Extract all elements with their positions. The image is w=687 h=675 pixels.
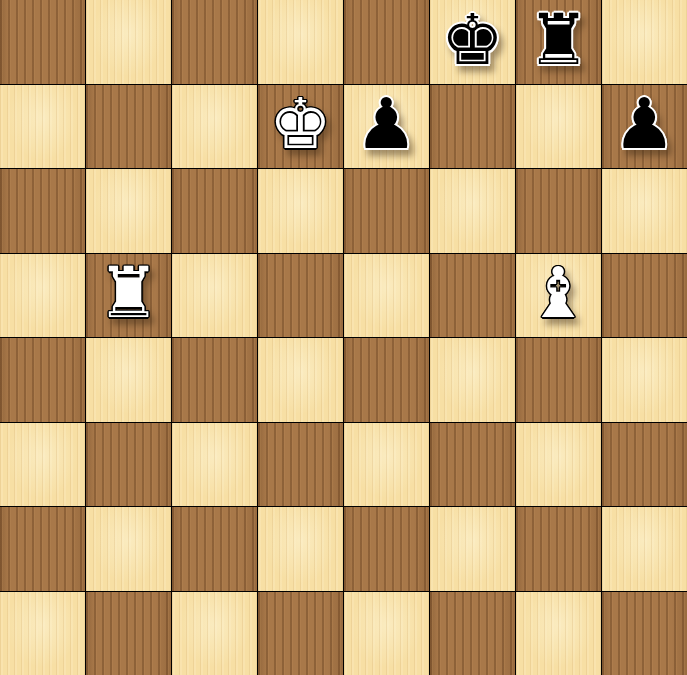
square-a8[interactable] <box>0 0 85 84</box>
square-a3[interactable] <box>0 423 85 507</box>
square-g2[interactable] <box>516 507 601 591</box>
square-e2[interactable] <box>344 507 429 591</box>
square-e4[interactable] <box>344 338 429 422</box>
square-f8[interactable]: ♚ <box>430 0 515 84</box>
black-rook[interactable]: ♜ <box>527 5 590 75</box>
square-g7[interactable] <box>516 85 601 169</box>
square-d6[interactable] <box>258 169 343 253</box>
square-f5[interactable] <box>430 254 515 338</box>
square-h5[interactable] <box>602 254 687 338</box>
square-c2[interactable] <box>172 507 257 591</box>
square-a5[interactable] <box>0 254 85 338</box>
square-g8[interactable]: ♜ <box>516 0 601 84</box>
square-e3[interactable] <box>344 423 429 507</box>
square-d3[interactable] <box>258 423 343 507</box>
square-f2[interactable] <box>430 507 515 591</box>
square-h6[interactable] <box>602 169 687 253</box>
square-d8[interactable] <box>258 0 343 84</box>
square-b3[interactable] <box>86 423 171 507</box>
square-b5[interactable]: ♜ <box>86 254 171 338</box>
square-e6[interactable] <box>344 169 429 253</box>
square-a2[interactable] <box>0 507 85 591</box>
square-b2[interactable] <box>86 507 171 591</box>
square-e7[interactable]: ♟ <box>344 85 429 169</box>
square-h1[interactable] <box>602 592 687 675</box>
square-d1[interactable] <box>258 592 343 675</box>
square-c7[interactable] <box>172 85 257 169</box>
square-b7[interactable] <box>86 85 171 169</box>
square-d2[interactable] <box>258 507 343 591</box>
black-pawn[interactable]: ♟ <box>355 89 418 159</box>
square-a7[interactable] <box>0 85 85 169</box>
square-e1[interactable] <box>344 592 429 675</box>
white-rook[interactable]: ♜ <box>97 258 160 328</box>
square-e5[interactable] <box>344 254 429 338</box>
square-g3[interactable] <box>516 423 601 507</box>
square-f7[interactable] <box>430 85 515 169</box>
square-e8[interactable] <box>344 0 429 84</box>
square-b1[interactable] <box>86 592 171 675</box>
square-b6[interactable] <box>86 169 171 253</box>
square-a4[interactable] <box>0 338 85 422</box>
square-c4[interactable] <box>172 338 257 422</box>
square-h2[interactable] <box>602 507 687 591</box>
square-c8[interactable] <box>172 0 257 84</box>
square-h4[interactable] <box>602 338 687 422</box>
square-a6[interactable] <box>0 169 85 253</box>
chess-board: ♚♜♚♟♟♜♝ <box>0 0 687 675</box>
square-b8[interactable] <box>86 0 171 84</box>
square-g1[interactable] <box>516 592 601 675</box>
square-g6[interactable] <box>516 169 601 253</box>
square-f6[interactable] <box>430 169 515 253</box>
square-d7[interactable]: ♚ <box>258 85 343 169</box>
square-h3[interactable] <box>602 423 687 507</box>
square-c1[interactable] <box>172 592 257 675</box>
square-f3[interactable] <box>430 423 515 507</box>
square-c6[interactable] <box>172 169 257 253</box>
square-c5[interactable] <box>172 254 257 338</box>
square-b4[interactable] <box>86 338 171 422</box>
square-d5[interactable] <box>258 254 343 338</box>
square-h7[interactable]: ♟ <box>602 85 687 169</box>
black-pawn[interactable]: ♟ <box>613 89 676 159</box>
square-h8[interactable] <box>602 0 687 84</box>
square-g5[interactable]: ♝ <box>516 254 601 338</box>
square-g4[interactable] <box>516 338 601 422</box>
square-d4[interactable] <box>258 338 343 422</box>
white-bishop[interactable]: ♝ <box>527 258 590 328</box>
square-f4[interactable] <box>430 338 515 422</box>
square-c3[interactable] <box>172 423 257 507</box>
white-king[interactable]: ♚ <box>269 89 332 159</box>
black-king[interactable]: ♚ <box>441 5 504 75</box>
square-a1[interactable] <box>0 592 85 675</box>
square-f1[interactable] <box>430 592 515 675</box>
